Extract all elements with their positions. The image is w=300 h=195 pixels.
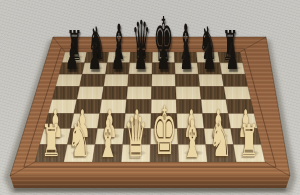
piece-white-queen-d1[interactable]: ♛: [123, 108, 149, 165]
piece-white-bishop-c1[interactable]: ♝: [96, 112, 119, 164]
pieces-layer: ♜♞♝♛♚♝♞♜♟♟♟♟♟♟♟♟♟♟♟♟♟♟♟♟♜♞♝♛♚♝♞♜: [0, 0, 300, 195]
piece-black-pawn-b7[interactable]: ♟: [87, 40, 102, 76]
piece-white-rook-h1[interactable]: ♜: [238, 119, 261, 163]
piece-black-pawn-a7[interactable]: ♟: [64, 40, 79, 76]
piece-black-pawn-h7[interactable]: ♟: [225, 40, 240, 76]
piece-black-pawn-d7[interactable]: ♟: [133, 40, 148, 76]
piece-white-bishop-f1[interactable]: ♝: [181, 112, 204, 164]
piece-white-rook-a1[interactable]: ♜: [40, 119, 63, 163]
piece-white-knight-b1[interactable]: ♞: [67, 116, 93, 164]
photo-chess-scene: ♜♞♝♛♚♝♞♜♟♟♟♟♟♟♟♟♟♟♟♟♟♟♟♟♜♞♝♛♚♝♞♜: [0, 0, 300, 195]
piece-white-king-e1[interactable]: ♚: [150, 101, 178, 167]
piece-white-knight-g1[interactable]: ♞: [208, 116, 234, 164]
piece-black-pawn-g7[interactable]: ♟: [202, 40, 217, 76]
piece-black-pawn-f7[interactable]: ♟: [179, 40, 194, 76]
piece-black-pawn-e7[interactable]: ♟: [156, 40, 171, 76]
piece-black-pawn-c7[interactable]: ♟: [110, 40, 125, 76]
